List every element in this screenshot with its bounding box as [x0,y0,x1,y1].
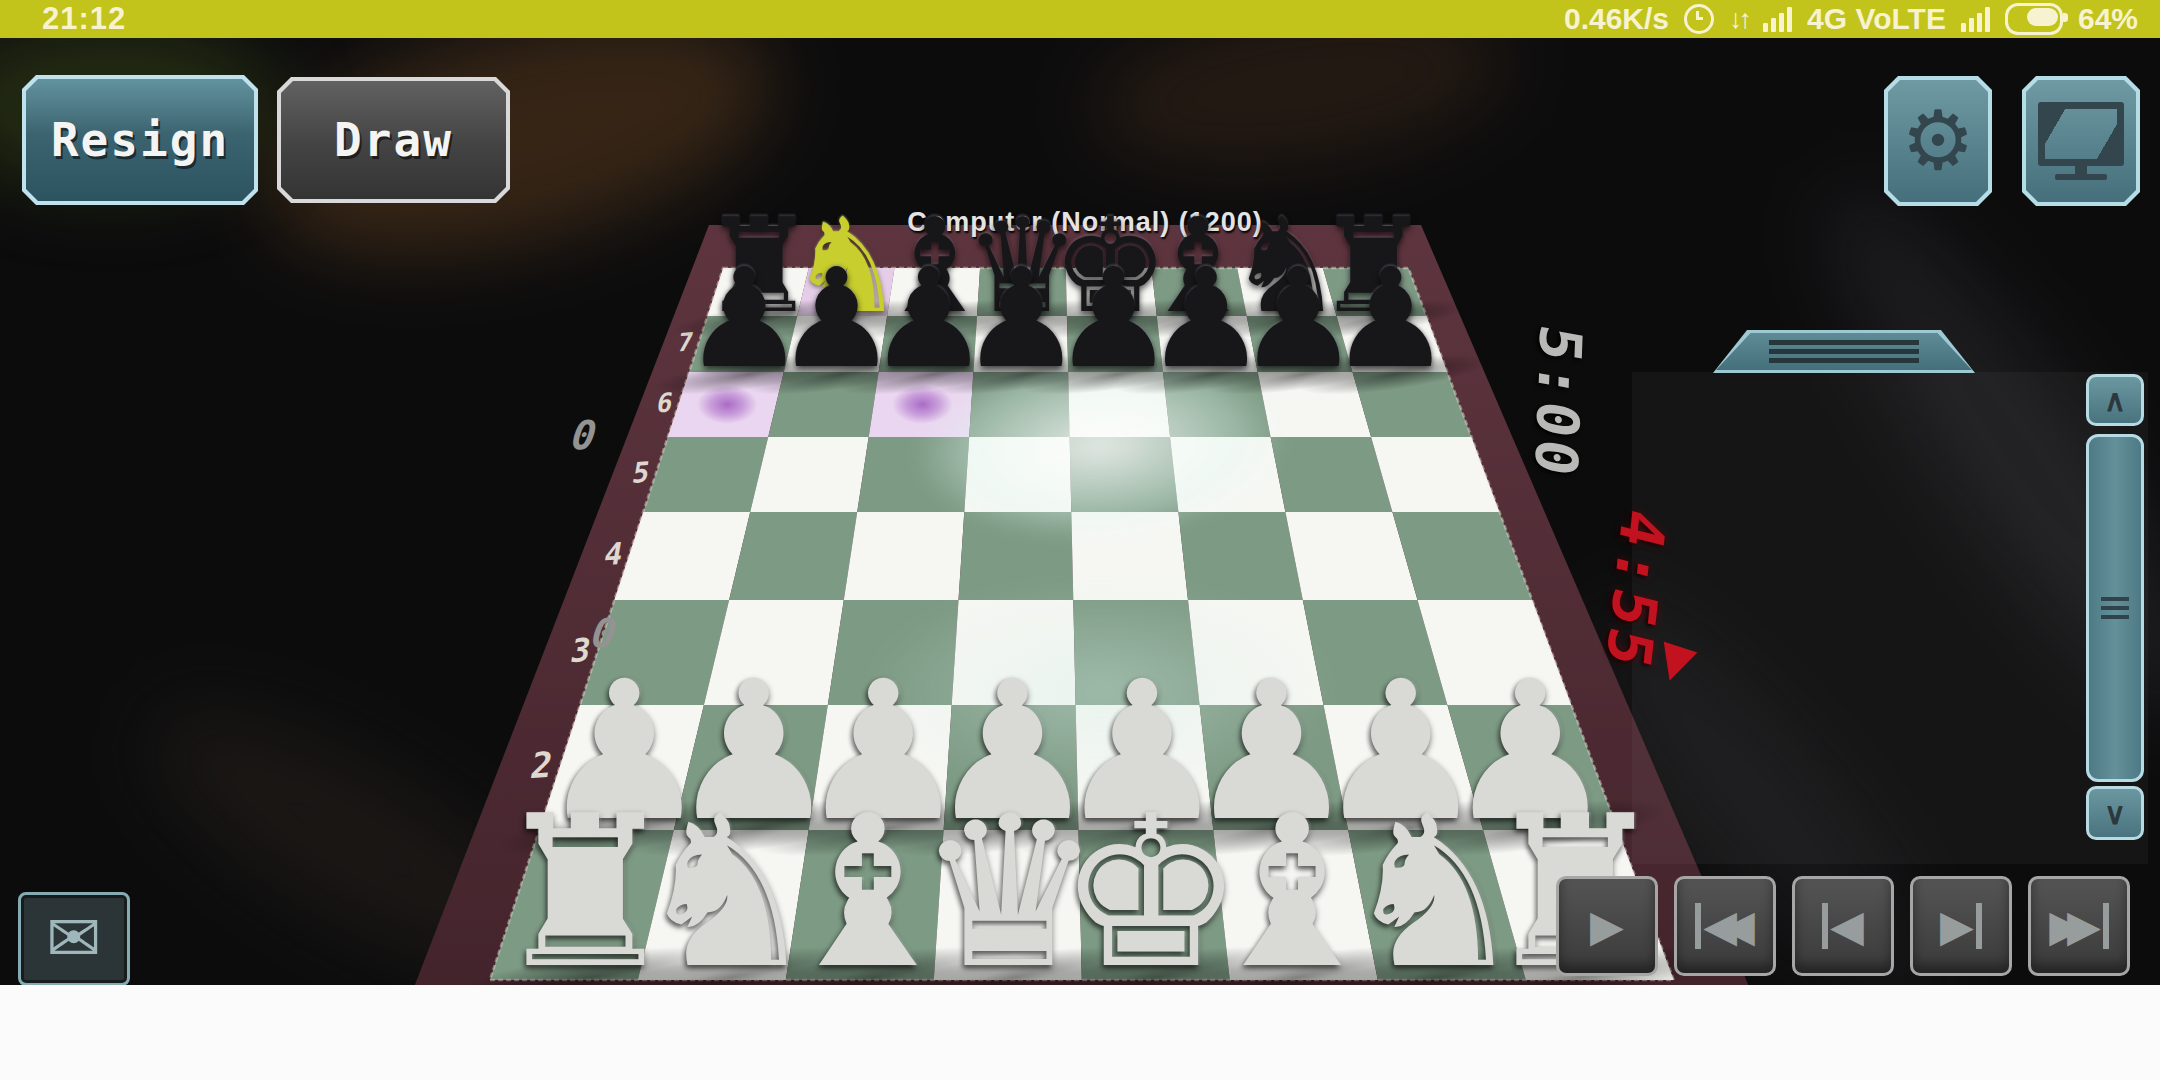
display-icon-base [2055,174,2107,180]
clock-black: 5:00 [1522,320,1595,484]
piece-h7-black-pawn[interactable]: ♟ [1329,254,1452,384]
move-list-drawer-handle[interactable] [1713,330,1975,373]
alarm-icon [1684,4,1714,34]
scrollbar-thumb[interactable] [2086,434,2144,782]
resign-button[interactable]: Resign [22,75,258,205]
move-list-panel [1632,372,2148,864]
scroll-down-button[interactable]: ∨ [2086,786,2144,840]
square-g5[interactable] [1271,437,1393,512]
settings-button[interactable]: ⚙ [1884,76,1992,206]
resign-button-label: Resign [51,113,229,167]
jump-to-start-button[interactable]: ◀◀ [1674,876,1776,976]
status-bar: 21:12 0.46K/s ↓↑ 4G VoLTE 64% [0,0,2160,38]
square-f4[interactable] [1178,512,1302,600]
thumb-grip [2101,606,2129,610]
messages-button[interactable]: ✉ [18,892,130,986]
square-b5[interactable] [750,437,869,512]
battery-icon [2005,3,2063,35]
play-icon: ▶ [1590,904,1624,948]
display-mode-button[interactable] [2022,76,2140,206]
back-icon: ◀ [1830,904,1864,948]
display-icon [2038,102,2124,166]
bottom-letterbox [0,985,2160,1080]
signal-bars-icon-2 [1961,6,1990,32]
bar-icon [1695,903,1701,949]
draw-button[interactable]: Draw [277,77,510,203]
chevron-down-icon: ∨ [2104,796,2126,831]
square-c4[interactable] [844,512,965,600]
square-e4[interactable] [1071,512,1188,600]
square-b4[interactable] [729,512,857,600]
app-screen: 765432 Computer (Normal) (1200) ♜♞♝♛♚♝♞♜… [0,0,2160,1080]
step-back-button[interactable]: ◀ [1792,876,1894,976]
square-f5[interactable] [1170,437,1285,512]
fast-forward-icon: ▶▶ [2049,904,2101,948]
hamburger-icon [1769,349,1919,354]
forward-icon: ▶ [1940,904,1974,948]
square-d5[interactable] [964,437,1071,512]
playback-controls: ▶ ◀◀ ◀ ▶ ▶▶ [1556,876,2130,976]
data-up-down-icon: ↓↑ [1729,4,1748,35]
thumb-grip [2101,615,2129,619]
signal-bars-icon [1763,6,1792,32]
hamburger-icon [1769,340,1919,345]
draw-button-label: Draw [334,113,453,167]
thumb-grip [2101,597,2129,601]
play-button[interactable]: ▶ [1556,876,1658,976]
bar-icon [1976,903,1982,949]
status-time: 21:12 [42,1,126,37]
scroll-up-button[interactable]: ∧ [2086,374,2144,426]
display-icon-stand [2075,166,2087,174]
square-d4[interactable] [959,512,1074,600]
envelope-icon: ✉ [46,906,101,972]
chevron-up-icon: ∧ [2104,383,2126,418]
status-network-label: 4G VoLTE [1807,2,1946,36]
square-c5[interactable] [857,437,969,512]
bar-icon [1822,903,1828,949]
jump-to-end-button[interactable]: ▶▶ [2028,876,2130,976]
square-e5[interactable] [1070,437,1179,512]
gear-icon: ⚙ [1901,100,1975,182]
step-forward-button[interactable]: ▶ [1910,876,2012,976]
rewind-icon: ◀◀ [1703,904,1755,948]
bar-icon [2103,903,2109,949]
status-battery-percent: 64% [2078,2,2138,36]
status-net-speed: 0.46K/s [1564,2,1669,36]
hamburger-icon [1769,358,1919,363]
